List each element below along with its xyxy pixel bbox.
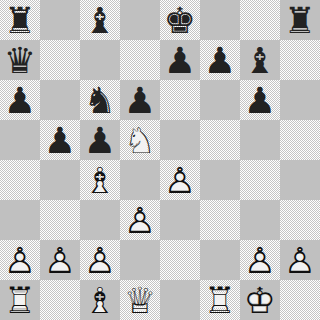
black-pawn[interactable]: ♟ bbox=[40, 120, 80, 160]
square-e4[interactable]: ♟♙ bbox=[160, 160, 200, 200]
square-c6[interactable]: ♞ bbox=[80, 80, 120, 120]
white-pawn[interactable]: ♟♙ bbox=[80, 240, 120, 280]
piece-glyph-outline: ♙ bbox=[160, 160, 200, 200]
square-c7[interactable] bbox=[80, 40, 120, 80]
piece-glyph-fill: ♝ bbox=[80, 0, 120, 40]
piece-glyph-outline: ♗ bbox=[80, 280, 120, 320]
black-pawn[interactable]: ♟ bbox=[0, 80, 40, 120]
square-h8[interactable]: ♜ bbox=[280, 0, 320, 40]
square-a5[interactable] bbox=[0, 120, 40, 160]
square-g2[interactable]: ♟♙ bbox=[240, 240, 280, 280]
square-a3[interactable] bbox=[0, 200, 40, 240]
square-d8[interactable] bbox=[120, 0, 160, 40]
square-h6[interactable] bbox=[280, 80, 320, 120]
piece-glyph-outline: ♙ bbox=[120, 200, 160, 240]
piece-glyph-fill: ♟ bbox=[200, 40, 240, 80]
piece-glyph-fill: ♟ bbox=[120, 80, 160, 120]
square-b5[interactable]: ♟ bbox=[40, 120, 80, 160]
square-a7[interactable]: ♛ bbox=[0, 40, 40, 80]
piece-glyph-fill: ♞ bbox=[80, 80, 120, 120]
piece-glyph-outline: ♙ bbox=[0, 240, 40, 280]
square-h4[interactable] bbox=[280, 160, 320, 200]
piece-glyph-outline: ♖ bbox=[0, 280, 40, 320]
piece-glyph-outline: ♙ bbox=[240, 240, 280, 280]
piece-glyph-fill: ♟ bbox=[40, 120, 80, 160]
square-d3[interactable]: ♟♙ bbox=[120, 200, 160, 240]
piece-glyph-outline: ♔ bbox=[240, 280, 280, 320]
square-h1[interactable] bbox=[280, 280, 320, 320]
square-b1[interactable] bbox=[40, 280, 80, 320]
white-pawn[interactable]: ♟♙ bbox=[40, 240, 80, 280]
piece-glyph-fill: ♟ bbox=[240, 80, 280, 120]
black-knight[interactable]: ♞ bbox=[80, 80, 120, 120]
piece-glyph-outline: ♙ bbox=[80, 240, 120, 280]
black-queen[interactable]: ♛ bbox=[0, 40, 40, 80]
square-g5[interactable] bbox=[240, 120, 280, 160]
black-pawn[interactable]: ♟ bbox=[240, 80, 280, 120]
black-bishop[interactable]: ♝ bbox=[80, 0, 120, 40]
square-c1[interactable]: ♝♗ bbox=[80, 280, 120, 320]
square-g7[interactable]: ♝ bbox=[240, 40, 280, 80]
black-rook[interactable]: ♜ bbox=[280, 0, 320, 40]
square-e2[interactable] bbox=[160, 240, 200, 280]
white-pawn[interactable]: ♟♙ bbox=[240, 240, 280, 280]
square-d4[interactable] bbox=[120, 160, 160, 200]
square-g4[interactable] bbox=[240, 160, 280, 200]
square-b6[interactable] bbox=[40, 80, 80, 120]
square-e1[interactable] bbox=[160, 280, 200, 320]
white-pawn[interactable]: ♟♙ bbox=[280, 240, 320, 280]
square-d7[interactable] bbox=[120, 40, 160, 80]
square-b2[interactable]: ♟♙ bbox=[40, 240, 80, 280]
white-queen[interactable]: ♛♕ bbox=[120, 280, 160, 320]
square-b7[interactable] bbox=[40, 40, 80, 80]
white-pawn[interactable]: ♟♙ bbox=[120, 200, 160, 240]
piece-glyph-outline: ♗ bbox=[80, 160, 120, 200]
square-h3[interactable] bbox=[280, 200, 320, 240]
piece-glyph-outline: ♙ bbox=[280, 240, 320, 280]
square-e5[interactable] bbox=[160, 120, 200, 160]
chess-board: ♜♝♚♜♛♟♟♝♟♞♟♟♟♟♞♘♝♗♟♙♟♙♟♙♟♙♟♙♟♙♟♙♜♖♝♗♛♕♜♖… bbox=[0, 0, 320, 320]
square-d5[interactable]: ♞♘ bbox=[120, 120, 160, 160]
square-f6[interactable] bbox=[200, 80, 240, 120]
square-e3[interactable] bbox=[160, 200, 200, 240]
white-rook[interactable]: ♜♖ bbox=[0, 280, 40, 320]
square-f3[interactable] bbox=[200, 200, 240, 240]
square-h5[interactable] bbox=[280, 120, 320, 160]
square-a2[interactable]: ♟♙ bbox=[0, 240, 40, 280]
piece-glyph-fill: ♜ bbox=[0, 0, 40, 40]
white-rook[interactable]: ♜♖ bbox=[200, 280, 240, 320]
white-pawn[interactable]: ♟♙ bbox=[160, 160, 200, 200]
square-f1[interactable]: ♜♖ bbox=[200, 280, 240, 320]
square-d2[interactable] bbox=[120, 240, 160, 280]
square-b3[interactable] bbox=[40, 200, 80, 240]
square-f7[interactable]: ♟ bbox=[200, 40, 240, 80]
square-d1[interactable]: ♛♕ bbox=[120, 280, 160, 320]
square-e6[interactable] bbox=[160, 80, 200, 120]
square-g3[interactable] bbox=[240, 200, 280, 240]
white-knight[interactable]: ♞♘ bbox=[120, 120, 160, 160]
square-c2[interactable]: ♟♙ bbox=[80, 240, 120, 280]
square-c5[interactable]: ♟ bbox=[80, 120, 120, 160]
square-a6[interactable]: ♟ bbox=[0, 80, 40, 120]
black-king[interactable]: ♚ bbox=[160, 0, 200, 40]
piece-glyph-fill: ♟ bbox=[80, 120, 120, 160]
square-b8[interactable] bbox=[40, 0, 80, 40]
square-e7[interactable]: ♟ bbox=[160, 40, 200, 80]
square-f5[interactable] bbox=[200, 120, 240, 160]
square-g8[interactable] bbox=[240, 0, 280, 40]
black-rook[interactable]: ♜ bbox=[0, 0, 40, 40]
square-f8[interactable] bbox=[200, 0, 240, 40]
piece-glyph-fill: ♝ bbox=[240, 40, 280, 80]
square-c3[interactable] bbox=[80, 200, 120, 240]
piece-glyph-fill: ♟ bbox=[160, 40, 200, 80]
black-bishop[interactable]: ♝ bbox=[240, 40, 280, 80]
square-g1[interactable]: ♚♔ bbox=[240, 280, 280, 320]
square-d6[interactable]: ♟ bbox=[120, 80, 160, 120]
square-b4[interactable] bbox=[40, 160, 80, 200]
black-pawn[interactable]: ♟ bbox=[160, 40, 200, 80]
piece-glyph-fill: ♚ bbox=[160, 0, 200, 40]
black-pawn[interactable]: ♟ bbox=[200, 40, 240, 80]
piece-glyph-fill: ♛ bbox=[0, 40, 40, 80]
white-pawn[interactable]: ♟♙ bbox=[0, 240, 40, 280]
white-king[interactable]: ♚♔ bbox=[240, 280, 280, 320]
square-a1[interactable]: ♜♖ bbox=[0, 280, 40, 320]
square-h2[interactable]: ♟♙ bbox=[280, 240, 320, 280]
square-h7[interactable] bbox=[280, 40, 320, 80]
black-pawn[interactable]: ♟ bbox=[80, 120, 120, 160]
square-g6[interactable]: ♟ bbox=[240, 80, 280, 120]
black-pawn[interactable]: ♟ bbox=[120, 80, 160, 120]
piece-glyph-outline: ♘ bbox=[120, 120, 160, 160]
piece-glyph-outline: ♖ bbox=[200, 280, 240, 320]
piece-glyph-outline: ♕ bbox=[120, 280, 160, 320]
square-a8[interactable]: ♜ bbox=[0, 0, 40, 40]
piece-glyph-outline: ♙ bbox=[40, 240, 80, 280]
square-f2[interactable] bbox=[200, 240, 240, 280]
square-e8[interactable]: ♚ bbox=[160, 0, 200, 40]
square-c4[interactable]: ♝♗ bbox=[80, 160, 120, 200]
white-bishop[interactable]: ♝♗ bbox=[80, 160, 120, 200]
piece-glyph-fill: ♜ bbox=[280, 0, 320, 40]
piece-glyph-fill: ♟ bbox=[0, 80, 40, 120]
square-c8[interactable]: ♝ bbox=[80, 0, 120, 40]
white-bishop[interactable]: ♝♗ bbox=[80, 280, 120, 320]
square-a4[interactable] bbox=[0, 160, 40, 200]
square-f4[interactable] bbox=[200, 160, 240, 200]
